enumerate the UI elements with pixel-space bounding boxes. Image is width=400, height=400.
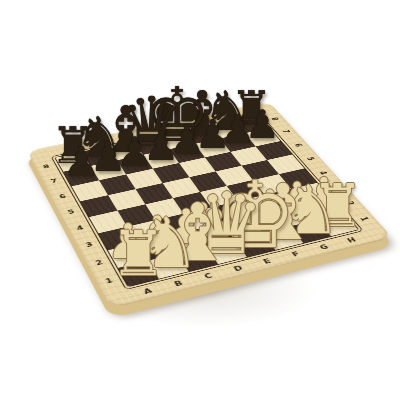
square-a2[interactable] [108,243,148,268]
square-g1[interactable] [290,220,331,243]
square-g3[interactable] [265,189,304,211]
square-b1[interactable] [148,254,189,279]
rank-label: 1 [346,211,381,227]
square-b3[interactable] [127,220,166,243]
square-e2[interactable] [223,217,263,240]
rank-label: 2 [332,195,366,210]
rank-label: 7 [270,125,301,138]
square-h1[interactable] [317,213,358,236]
square-c2[interactable] [166,230,206,254]
square-c1[interactable] [177,247,218,272]
square-c3[interactable] [156,214,195,237]
square-c4[interactable] [145,198,183,220]
rank-label: 3 [319,180,353,195]
square-a3[interactable] [98,227,137,251]
square-g2[interactable] [277,204,317,226]
square-f3[interactable] [238,195,277,217]
square-a5[interactable] [80,195,117,217]
square-e3[interactable] [211,201,250,223]
rank-label: 4 [306,166,339,180]
chess-set-product-photo: ABCDEFGH 87654321 87654321 ♜♞♝♟♚♟♛♟♝♟♞♟♜… [0,0,400,400]
square-b2[interactable] [137,237,177,261]
square-d3[interactable] [184,207,223,230]
square-d2[interactable] [195,223,235,246]
square-b4[interactable] [117,204,155,226]
square-f1[interactable] [262,226,303,250]
square-b5[interactable] [108,189,145,211]
rank-label: 5 [59,202,84,222]
rank-label: 8 [259,113,290,125]
square-d4[interactable] [173,192,211,214]
rank-label: 6 [282,138,314,151]
rank-label: 5 [294,152,326,166]
square-f2[interactable] [250,210,290,233]
square-e1[interactable] [235,233,276,257]
square-a4[interactable] [89,211,127,234]
square-d1[interactable] [206,240,247,264]
square-h2[interactable] [304,198,344,220]
square-a1[interactable] [118,261,159,287]
